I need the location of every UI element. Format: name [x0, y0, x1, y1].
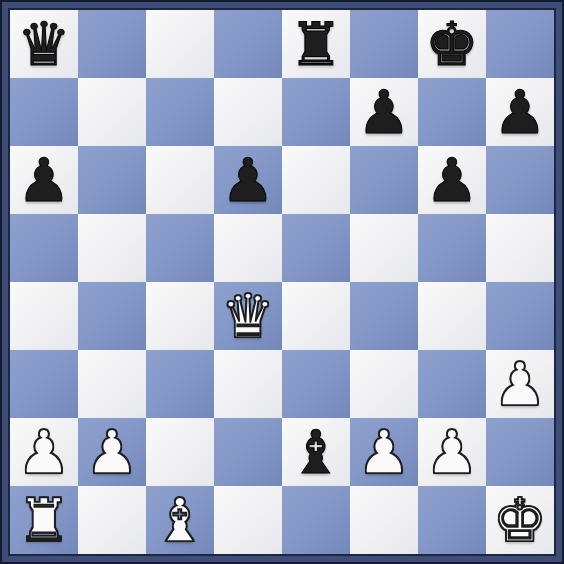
square-a1[interactable]: ♜ [10, 486, 78, 554]
square-h4[interactable] [486, 282, 554, 350]
square-a2[interactable]: ♟ [10, 418, 78, 486]
square-b2[interactable]: ♟ [78, 418, 146, 486]
square-f3[interactable] [350, 350, 418, 418]
square-a8[interactable]: ♛ [10, 10, 78, 78]
square-h7[interactable]: ♟ [486, 78, 554, 146]
piece-white-pawn[interactable]: ♟ [357, 418, 411, 486]
piece-black-pawn[interactable]: ♟ [221, 146, 275, 214]
square-h3[interactable]: ♟ [486, 350, 554, 418]
square-d4[interactable]: ♛ [214, 282, 282, 350]
square-a7[interactable] [10, 78, 78, 146]
square-f6[interactable] [350, 146, 418, 214]
square-b1[interactable] [78, 486, 146, 554]
piece-black-bishop[interactable]: ♝ [289, 418, 343, 486]
square-e3[interactable] [282, 350, 350, 418]
square-c1[interactable]: ♝ [146, 486, 214, 554]
square-f2[interactable]: ♟ [350, 418, 418, 486]
piece-white-king[interactable]: ♚ [493, 486, 547, 554]
square-a5[interactable] [10, 214, 78, 282]
square-b3[interactable] [78, 350, 146, 418]
piece-black-pawn[interactable]: ♟ [357, 78, 411, 146]
square-c2[interactable] [146, 418, 214, 486]
piece-white-bishop[interactable]: ♝ [153, 486, 207, 554]
square-b6[interactable] [78, 146, 146, 214]
square-d5[interactable] [214, 214, 282, 282]
square-g8[interactable]: ♚ [418, 10, 486, 78]
square-c5[interactable] [146, 214, 214, 282]
piece-white-pawn[interactable]: ♟ [85, 418, 139, 486]
square-h8[interactable] [486, 10, 554, 78]
square-f4[interactable] [350, 282, 418, 350]
square-b8[interactable] [78, 10, 146, 78]
square-a6[interactable]: ♟ [10, 146, 78, 214]
square-d6[interactable]: ♟ [214, 146, 282, 214]
square-c6[interactable] [146, 146, 214, 214]
square-f8[interactable] [350, 10, 418, 78]
square-c7[interactable] [146, 78, 214, 146]
square-g7[interactable] [418, 78, 486, 146]
square-e1[interactable] [282, 486, 350, 554]
square-g6[interactable]: ♟ [418, 146, 486, 214]
piece-black-pawn[interactable]: ♟ [17, 146, 71, 214]
piece-black-queen[interactable]: ♛ [17, 10, 71, 78]
piece-white-pawn[interactable]: ♟ [493, 350, 547, 418]
square-g4[interactable] [418, 282, 486, 350]
square-g5[interactable] [418, 214, 486, 282]
square-e2[interactable]: ♝ [282, 418, 350, 486]
square-e8[interactable]: ♜ [282, 10, 350, 78]
square-d3[interactable] [214, 350, 282, 418]
square-d8[interactable] [214, 10, 282, 78]
square-b4[interactable] [78, 282, 146, 350]
square-e7[interactable] [282, 78, 350, 146]
square-e5[interactable] [282, 214, 350, 282]
chess-board: ♛♜♚♟♟♟♟♟♛♟♟♟♝♟♟♜♝♚ [10, 10, 554, 554]
square-h6[interactable] [486, 146, 554, 214]
square-d7[interactable] [214, 78, 282, 146]
square-f7[interactable]: ♟ [350, 78, 418, 146]
piece-black-pawn[interactable]: ♟ [493, 78, 547, 146]
square-d1[interactable] [214, 486, 282, 554]
square-h1[interactable]: ♚ [486, 486, 554, 554]
square-c8[interactable] [146, 10, 214, 78]
square-e6[interactable] [282, 146, 350, 214]
square-f1[interactable] [350, 486, 418, 554]
square-b5[interactable] [78, 214, 146, 282]
square-a3[interactable] [10, 350, 78, 418]
square-c4[interactable] [146, 282, 214, 350]
board-frame: ♛♜♚♟♟♟♟♟♛♟♟♟♝♟♟♜♝♚ [0, 0, 564, 564]
square-g3[interactable] [418, 350, 486, 418]
piece-white-pawn[interactable]: ♟ [17, 418, 71, 486]
square-g2[interactable]: ♟ [418, 418, 486, 486]
square-e4[interactable] [282, 282, 350, 350]
square-c3[interactable] [146, 350, 214, 418]
square-h2[interactable] [486, 418, 554, 486]
square-d2[interactable] [214, 418, 282, 486]
square-f5[interactable] [350, 214, 418, 282]
square-b7[interactable] [78, 78, 146, 146]
piece-white-queen[interactable]: ♛ [221, 282, 275, 350]
square-g1[interactable] [418, 486, 486, 554]
square-a4[interactable] [10, 282, 78, 350]
piece-black-pawn[interactable]: ♟ [425, 146, 479, 214]
piece-white-pawn[interactable]: ♟ [425, 418, 479, 486]
piece-black-king[interactable]: ♚ [425, 10, 479, 78]
piece-white-rook[interactable]: ♜ [17, 486, 71, 554]
piece-black-rook[interactable]: ♜ [289, 10, 343, 78]
square-h5[interactable] [486, 214, 554, 282]
